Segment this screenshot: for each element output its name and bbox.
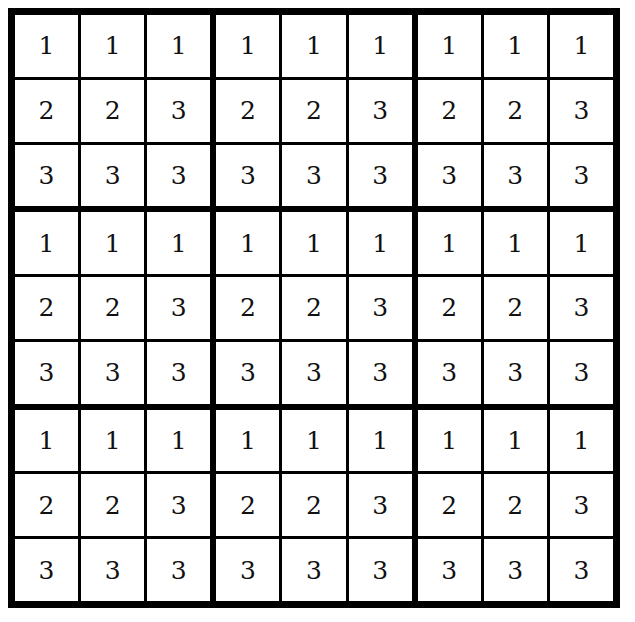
- cell-r8c9[interactable]: 3: [550, 474, 613, 536]
- cell-r8c5[interactable]: 2: [282, 474, 345, 536]
- cell-r6c5[interactable]: 3: [282, 342, 345, 404]
- cell-r5c4[interactable]: 2: [216, 277, 279, 339]
- cell-r3c4[interactable]: 3: [216, 145, 279, 207]
- cell-r4c2[interactable]: 1: [81, 212, 144, 274]
- cell-r1c5[interactable]: 1: [282, 15, 345, 77]
- cell-r1c7[interactable]: 1: [418, 15, 481, 77]
- cell-r1c9[interactable]: 1: [550, 15, 613, 77]
- cell-r5c7[interactable]: 2: [418, 277, 481, 339]
- cell-r9c3[interactable]: 3: [147, 539, 210, 601]
- cell-r7c1[interactable]: 1: [15, 410, 78, 472]
- cell-r6c9[interactable]: 3: [550, 342, 613, 404]
- cell-r9c4[interactable]: 3: [216, 539, 279, 601]
- cell-r8c7[interactable]: 2: [418, 474, 481, 536]
- cell-r3c7[interactable]: 3: [418, 145, 481, 207]
- cell-r4c8[interactable]: 1: [484, 212, 547, 274]
- cell-r6c1[interactable]: 3: [15, 342, 78, 404]
- cell-r3c3[interactable]: 3: [147, 145, 210, 207]
- cell-r3c8[interactable]: 3: [484, 145, 547, 207]
- cell-r4c4[interactable]: 1: [216, 212, 279, 274]
- box-1-1: 111223333: [15, 15, 210, 206]
- cell-r8c2[interactable]: 2: [81, 474, 144, 536]
- cell-r1c8[interactable]: 1: [484, 15, 547, 77]
- box-2-2: 111223333: [216, 212, 411, 403]
- cell-r3c6[interactable]: 3: [349, 145, 412, 207]
- cell-r7c3[interactable]: 1: [147, 410, 210, 472]
- cell-r9c2[interactable]: 3: [81, 539, 144, 601]
- cell-r5c5[interactable]: 2: [282, 277, 345, 339]
- cell-r4c9[interactable]: 1: [550, 212, 613, 274]
- cell-r3c5[interactable]: 3: [282, 145, 345, 207]
- cell-r5c6[interactable]: 3: [349, 277, 412, 339]
- cell-r3c1[interactable]: 3: [15, 145, 78, 207]
- cell-r8c4[interactable]: 2: [216, 474, 279, 536]
- cell-r1c4[interactable]: 1: [216, 15, 279, 77]
- cell-r7c8[interactable]: 1: [484, 410, 547, 472]
- cell-r9c8[interactable]: 3: [484, 539, 547, 601]
- cell-r7c6[interactable]: 1: [349, 410, 412, 472]
- cell-r7c4[interactable]: 1: [216, 410, 279, 472]
- cell-r5c8[interactable]: 2: [484, 277, 547, 339]
- cell-r2c1[interactable]: 2: [15, 80, 78, 142]
- cell-r3c9[interactable]: 3: [550, 145, 613, 207]
- cell-r4c5[interactable]: 1: [282, 212, 345, 274]
- cell-r7c7[interactable]: 1: [418, 410, 481, 472]
- cell-r1c1[interactable]: 1: [15, 15, 78, 77]
- cell-r9c1[interactable]: 3: [15, 539, 78, 601]
- cell-r7c9[interactable]: 1: [550, 410, 613, 472]
- cell-r9c7[interactable]: 3: [418, 539, 481, 601]
- cell-r4c1[interactable]: 1: [15, 212, 78, 274]
- cell-r7c5[interactable]: 1: [282, 410, 345, 472]
- page: 1112233331112233331112233331112233331112…: [0, 0, 635, 622]
- box-2-1: 111223333: [15, 212, 210, 403]
- cell-r2c4[interactable]: 2: [216, 80, 279, 142]
- cell-r9c6[interactable]: 3: [349, 539, 412, 601]
- cell-r5c2[interactable]: 2: [81, 277, 144, 339]
- cell-r3c2[interactable]: 3: [81, 145, 144, 207]
- cell-r2c2[interactable]: 2: [81, 80, 144, 142]
- cell-r1c6[interactable]: 1: [349, 15, 412, 77]
- cell-r1c2[interactable]: 1: [81, 15, 144, 77]
- cell-r5c3[interactable]: 3: [147, 277, 210, 339]
- cell-r1c3[interactable]: 1: [147, 15, 210, 77]
- box-1-3: 111223333: [418, 15, 613, 206]
- cell-r2c7[interactable]: 2: [418, 80, 481, 142]
- cell-r8c8[interactable]: 2: [484, 474, 547, 536]
- box-3-2: 111223333: [216, 410, 411, 601]
- sudoku-board: 1112233331112233331112233331112233331112…: [8, 8, 620, 608]
- box-2-3: 111223333: [418, 212, 613, 403]
- cell-r8c1[interactable]: 2: [15, 474, 78, 536]
- box-1-2: 111223333: [216, 15, 411, 206]
- cell-r6c4[interactable]: 3: [216, 342, 279, 404]
- cell-r5c1[interactable]: 2: [15, 277, 78, 339]
- cell-r9c5[interactable]: 3: [282, 539, 345, 601]
- cell-r2c6[interactable]: 3: [349, 80, 412, 142]
- box-3-1: 111223333: [15, 410, 210, 601]
- cell-r9c9[interactable]: 3: [550, 539, 613, 601]
- cell-r5c9[interactable]: 3: [550, 277, 613, 339]
- cell-r4c3[interactable]: 1: [147, 212, 210, 274]
- box-3-3: 111223333: [418, 410, 613, 601]
- cell-r8c3[interactable]: 3: [147, 474, 210, 536]
- cell-r4c6[interactable]: 1: [349, 212, 412, 274]
- cell-r8c6[interactable]: 3: [349, 474, 412, 536]
- cell-r6c2[interactable]: 3: [81, 342, 144, 404]
- cell-r2c8[interactable]: 2: [484, 80, 547, 142]
- cell-r4c7[interactable]: 1: [418, 212, 481, 274]
- cell-r2c3[interactable]: 3: [147, 80, 210, 142]
- cell-r6c3[interactable]: 3: [147, 342, 210, 404]
- cell-r2c5[interactable]: 2: [282, 80, 345, 142]
- cell-r2c9[interactable]: 3: [550, 80, 613, 142]
- cell-r7c2[interactable]: 1: [81, 410, 144, 472]
- cell-r6c7[interactable]: 3: [418, 342, 481, 404]
- cell-r6c8[interactable]: 3: [484, 342, 547, 404]
- cell-r6c6[interactable]: 3: [349, 342, 412, 404]
